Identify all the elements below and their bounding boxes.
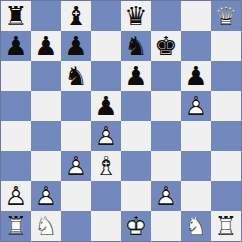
piece-black-pawn[interactable]: ♟ xyxy=(32,32,60,60)
piece-outline-layer: ♙ xyxy=(92,122,120,150)
piece-white-pawn[interactable]: ♟♙ xyxy=(2,182,30,210)
square-f5[interactable] xyxy=(151,91,181,121)
square-f4[interactable] xyxy=(151,121,181,151)
piece-outline-layer: ♖ xyxy=(212,212,240,240)
piece-outline-layer: ♙ xyxy=(62,152,90,180)
piece-outline-layer: ♙ xyxy=(32,182,60,210)
piece-black-rook[interactable]: ♜ xyxy=(2,2,30,30)
square-h3[interactable] xyxy=(211,151,241,181)
square-d5[interactable]: ♟ xyxy=(91,91,121,121)
piece-black-pawn[interactable]: ♟ xyxy=(2,32,30,60)
piece-white-knight[interactable]: ♞♘ xyxy=(32,212,60,240)
piece-outline-layer: ♘ xyxy=(32,212,60,240)
square-h7[interactable] xyxy=(211,31,241,61)
piece-black-bishop[interactable]: ♝ xyxy=(62,2,90,30)
piece-white-rook[interactable]: ♜♖ xyxy=(2,212,30,240)
square-e1[interactable]: ♚♔ xyxy=(121,211,151,241)
square-d4[interactable]: ♟♙ xyxy=(91,121,121,151)
square-c3[interactable]: ♟♙ xyxy=(61,151,91,181)
piece-black-pawn[interactable]: ♟ xyxy=(182,62,210,90)
square-h8[interactable]: ♛♕ xyxy=(211,1,241,31)
piece-black-pawn[interactable]: ♟ xyxy=(122,62,150,90)
square-a6[interactable] xyxy=(1,61,31,91)
square-b4[interactable] xyxy=(31,121,61,151)
piece-white-bishop[interactable]: ♝♗ xyxy=(92,152,120,180)
square-a1[interactable]: ♜♖ xyxy=(1,211,31,241)
piece-outline-layer: ♖ xyxy=(2,212,30,240)
piece-fill-layer: ♟ xyxy=(122,62,150,90)
piece-outline-layer: ♙ xyxy=(182,92,210,120)
square-c8[interactable]: ♝ xyxy=(61,1,91,31)
square-f7[interactable]: ♚ xyxy=(151,31,181,61)
piece-outline-layer: ♘ xyxy=(182,212,210,240)
square-a5[interactable] xyxy=(1,91,31,121)
piece-outline-layer: ♕ xyxy=(212,2,240,30)
square-d1[interactable] xyxy=(91,211,121,241)
square-c1[interactable] xyxy=(61,211,91,241)
square-e5[interactable] xyxy=(121,91,151,121)
square-h1[interactable]: ♜♖ xyxy=(211,211,241,241)
piece-fill-layer: ♞ xyxy=(122,32,150,60)
piece-white-pawn[interactable]: ♟♙ xyxy=(62,152,90,180)
piece-outline-layer: ♔ xyxy=(122,212,150,240)
square-h6[interactable] xyxy=(211,61,241,91)
square-b7[interactable]: ♟ xyxy=(31,31,61,61)
square-d3[interactable]: ♝♗ xyxy=(91,151,121,181)
square-a4[interactable] xyxy=(1,121,31,151)
square-g7[interactable] xyxy=(181,31,211,61)
square-f8[interactable] xyxy=(151,1,181,31)
piece-fill-layer: ♝ xyxy=(62,2,90,30)
piece-fill-layer: ♜ xyxy=(2,2,30,30)
square-a7[interactable]: ♟ xyxy=(1,31,31,61)
piece-black-pawn[interactable]: ♟ xyxy=(92,92,120,120)
square-h4[interactable] xyxy=(211,121,241,151)
square-e6[interactable]: ♟ xyxy=(121,61,151,91)
piece-fill-layer: ♟ xyxy=(62,32,90,60)
square-b8[interactable] xyxy=(31,1,61,31)
piece-white-rook[interactable]: ♜♖ xyxy=(212,212,240,240)
square-g8[interactable] xyxy=(181,1,211,31)
square-b6[interactable] xyxy=(31,61,61,91)
piece-white-king[interactable]: ♚♔ xyxy=(122,212,150,240)
square-g1[interactable]: ♞♘ xyxy=(181,211,211,241)
piece-white-pawn[interactable]: ♟♙ xyxy=(182,92,210,120)
square-c6[interactable]: ♞ xyxy=(61,61,91,91)
square-b3[interactable] xyxy=(31,151,61,181)
square-c2[interactable] xyxy=(61,181,91,211)
piece-fill-layer: ♞ xyxy=(62,62,90,90)
square-f3[interactable] xyxy=(151,151,181,181)
square-d6[interactable] xyxy=(91,61,121,91)
piece-fill-layer: ♛ xyxy=(122,2,150,30)
square-a8[interactable]: ♜ xyxy=(1,1,31,31)
square-e2[interactable] xyxy=(121,181,151,211)
piece-black-king[interactable]: ♚ xyxy=(152,32,180,60)
piece-outline-layer: ♙ xyxy=(152,182,180,210)
piece-white-pawn[interactable]: ♟♙ xyxy=(152,182,180,210)
square-g5[interactable]: ♟♙ xyxy=(181,91,211,121)
square-e4[interactable] xyxy=(121,121,151,151)
piece-white-pawn[interactable]: ♟♙ xyxy=(92,122,120,150)
piece-fill-layer: ♟ xyxy=(32,32,60,60)
piece-fill-layer: ♟ xyxy=(2,32,30,60)
square-f6[interactable] xyxy=(151,61,181,91)
square-e3[interactable] xyxy=(121,151,151,181)
piece-fill-layer: ♟ xyxy=(182,62,210,90)
piece-fill-layer: ♟ xyxy=(92,92,120,120)
piece-black-pawn[interactable]: ♟ xyxy=(62,32,90,60)
piece-outline-layer: ♙ xyxy=(2,182,30,210)
square-d2[interactable] xyxy=(91,181,121,211)
square-e8[interactable]: ♛ xyxy=(121,1,151,31)
piece-fill-layer: ♚ xyxy=(152,32,180,60)
square-g4[interactable] xyxy=(181,121,211,151)
square-c5[interactable] xyxy=(61,91,91,121)
piece-outline-layer: ♗ xyxy=(92,152,120,180)
square-b1[interactable]: ♞♘ xyxy=(31,211,61,241)
square-h5[interactable] xyxy=(211,91,241,121)
square-a3[interactable] xyxy=(1,151,31,181)
square-c4[interactable] xyxy=(61,121,91,151)
piece-black-knight[interactable]: ♞ xyxy=(122,32,150,60)
piece-white-knight[interactable]: ♞♘ xyxy=(182,212,210,240)
square-b5[interactable] xyxy=(31,91,61,121)
square-e7[interactable]: ♞ xyxy=(121,31,151,61)
square-f1[interactable] xyxy=(151,211,181,241)
square-c7[interactable]: ♟ xyxy=(61,31,91,61)
square-a2[interactable]: ♟♙ xyxy=(1,181,31,211)
square-g2[interactable] xyxy=(181,181,211,211)
piece-white-queen[interactable]: ♛♕ xyxy=(212,2,240,30)
piece-black-queen[interactable]: ♛ xyxy=(122,2,150,30)
square-g6[interactable]: ♟ xyxy=(181,61,211,91)
square-h2[interactable] xyxy=(211,181,241,211)
square-g3[interactable] xyxy=(181,151,211,181)
square-f2[interactable]: ♟♙ xyxy=(151,181,181,211)
square-d7[interactable] xyxy=(91,31,121,61)
square-d8[interactable] xyxy=(91,1,121,31)
piece-black-knight[interactable]: ♞ xyxy=(62,62,90,90)
piece-white-pawn[interactable]: ♟♙ xyxy=(32,182,60,210)
square-b2[interactable]: ♟♙ xyxy=(31,181,61,211)
chess-board: ♜♝♛♛♕♟♟♟♞♚♞♟♟♟♟♙♟♙♟♙♝♗♟♙♟♙♟♙♜♖♞♘♚♔♞♘♜♖ xyxy=(0,0,242,242)
